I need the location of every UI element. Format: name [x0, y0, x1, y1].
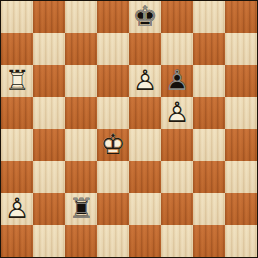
- square-d2[interactable]: [97, 193, 129, 225]
- square-a2[interactable]: ♟♙: [1, 193, 33, 225]
- black-rook-piece[interactable]: ♜♖: [65, 193, 97, 225]
- square-h4[interactable]: [225, 129, 257, 161]
- square-g8[interactable]: [193, 1, 225, 33]
- square-c6[interactable]: [65, 65, 97, 97]
- white-king-piece[interactable]: ♚♔: [97, 129, 129, 161]
- black-pawn-piece[interactable]: ♟♙: [161, 65, 193, 97]
- piece-glyph-outline: ♙: [129, 65, 161, 97]
- square-f8[interactable]: [161, 1, 193, 33]
- square-g5[interactable]: [193, 97, 225, 129]
- square-g4[interactable]: [193, 129, 225, 161]
- square-e6[interactable]: ♟♙: [129, 65, 161, 97]
- white-rook-piece[interactable]: ♜♖: [1, 65, 33, 97]
- square-d3[interactable]: [97, 161, 129, 193]
- piece-glyph-outline: ♔: [97, 129, 129, 161]
- square-d4[interactable]: ♚♔: [97, 129, 129, 161]
- square-d7[interactable]: [97, 33, 129, 65]
- square-g6[interactable]: [193, 65, 225, 97]
- square-a3[interactable]: [1, 161, 33, 193]
- chess-board: ♚♔♜♖♟♙♟♙♟♙♚♔♟♙♜♖: [0, 0, 258, 258]
- square-a1[interactable]: [1, 225, 33, 257]
- square-b3[interactable]: [33, 161, 65, 193]
- square-a6[interactable]: ♜♖: [1, 65, 33, 97]
- square-f1[interactable]: [161, 225, 193, 257]
- square-d5[interactable]: [97, 97, 129, 129]
- square-h5[interactable]: [225, 97, 257, 129]
- square-h3[interactable]: [225, 161, 257, 193]
- square-c5[interactable]: [65, 97, 97, 129]
- square-b5[interactable]: [33, 97, 65, 129]
- square-b6[interactable]: [33, 65, 65, 97]
- square-h7[interactable]: [225, 33, 257, 65]
- square-b8[interactable]: [33, 1, 65, 33]
- square-f4[interactable]: [161, 129, 193, 161]
- black-king-piece[interactable]: ♚♔: [129, 1, 161, 33]
- square-h8[interactable]: [225, 1, 257, 33]
- square-c7[interactable]: [65, 33, 97, 65]
- square-c2[interactable]: ♜♖: [65, 193, 97, 225]
- piece-glyph-outline: ♙: [161, 65, 193, 97]
- piece-glyph-outline: ♙: [161, 97, 193, 129]
- square-b7[interactable]: [33, 33, 65, 65]
- square-b4[interactable]: [33, 129, 65, 161]
- square-d1[interactable]: [97, 225, 129, 257]
- square-a5[interactable]: [1, 97, 33, 129]
- square-c3[interactable]: [65, 161, 97, 193]
- square-f5[interactable]: ♟♙: [161, 97, 193, 129]
- square-f2[interactable]: [161, 193, 193, 225]
- square-b2[interactable]: [33, 193, 65, 225]
- square-f6[interactable]: ♟♙: [161, 65, 193, 97]
- square-c4[interactable]: [65, 129, 97, 161]
- square-a8[interactable]: [1, 1, 33, 33]
- piece-glyph-outline: ♖: [65, 193, 97, 225]
- square-b1[interactable]: [33, 225, 65, 257]
- square-a7[interactable]: [1, 33, 33, 65]
- white-pawn-piece[interactable]: ♟♙: [161, 97, 193, 129]
- square-h2[interactable]: [225, 193, 257, 225]
- square-c1[interactable]: [65, 225, 97, 257]
- square-d6[interactable]: [97, 65, 129, 97]
- square-f7[interactable]: [161, 33, 193, 65]
- piece-glyph-outline: ♔: [129, 1, 161, 33]
- square-e7[interactable]: [129, 33, 161, 65]
- square-e2[interactable]: [129, 193, 161, 225]
- piece-glyph-outline: ♖: [1, 65, 33, 97]
- square-h1[interactable]: [225, 225, 257, 257]
- square-a4[interactable]: [1, 129, 33, 161]
- square-d8[interactable]: [97, 1, 129, 33]
- white-pawn-piece[interactable]: ♟♙: [1, 193, 33, 225]
- square-g1[interactable]: [193, 225, 225, 257]
- square-f3[interactable]: [161, 161, 193, 193]
- square-g7[interactable]: [193, 33, 225, 65]
- square-e4[interactable]: [129, 129, 161, 161]
- white-pawn-piece[interactable]: ♟♙: [129, 65, 161, 97]
- piece-glyph-outline: ♙: [1, 193, 33, 225]
- square-c8[interactable]: [65, 1, 97, 33]
- square-e5[interactable]: [129, 97, 161, 129]
- square-e3[interactable]: [129, 161, 161, 193]
- square-g3[interactable]: [193, 161, 225, 193]
- square-h6[interactable]: [225, 65, 257, 97]
- square-e8[interactable]: ♚♔: [129, 1, 161, 33]
- square-g2[interactable]: [193, 193, 225, 225]
- square-e1[interactable]: [129, 225, 161, 257]
